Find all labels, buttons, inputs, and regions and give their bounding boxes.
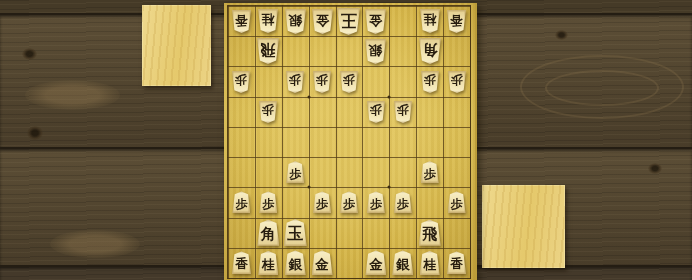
board-cell[interactable] xyxy=(362,218,389,248)
board-cell[interactable]: 銀 xyxy=(389,248,416,278)
board-cell[interactable]: 飛 xyxy=(255,36,282,66)
shogi-piece-sente-pawn[interactable]: 歩 xyxy=(448,191,466,213)
piece-kanji: 歩 xyxy=(262,104,274,116)
shogi-piece-gote-silver-general[interactable]: 銀 xyxy=(365,39,386,64)
board-cell[interactable]: 銀 xyxy=(282,248,309,278)
piece-kanji: 歩 xyxy=(343,198,355,210)
board-cell[interactable]: 歩 xyxy=(228,66,255,96)
board-cell[interactable]: 歩 xyxy=(389,187,416,217)
board-cell[interactable]: 香 xyxy=(443,248,470,278)
piece-kanji: 香 xyxy=(235,13,248,26)
piece-shadow-wrap: 歩 xyxy=(232,71,250,93)
piece-kanji: 王 xyxy=(341,12,357,28)
komadai-grain xyxy=(142,5,211,86)
board-cell[interactable] xyxy=(309,218,336,248)
piece-shadow-wrap: 王 xyxy=(337,8,360,35)
piece-shadow-wrap: 歩 xyxy=(367,101,385,123)
piece-shadow-wrap: 銀 xyxy=(392,250,413,275)
board-cell[interactable]: 香 xyxy=(228,248,255,278)
board-cell[interactable]: 歩 xyxy=(255,187,282,217)
shogi-piece-gote-gold-general[interactable]: 金 xyxy=(365,9,386,34)
piece-shadow-wrap: 香 xyxy=(447,251,466,274)
piece-shadow-wrap: 香 xyxy=(232,251,251,274)
shogi-piece-gote-knight[interactable]: 桂 xyxy=(420,9,440,33)
board-cell[interactable]: 桂 xyxy=(255,6,282,36)
piece-kanji: 歩 xyxy=(343,74,355,86)
shogi-piece-sente-pawn[interactable]: 歩 xyxy=(286,161,304,183)
board-cell[interactable] xyxy=(336,218,363,248)
piece-shadow-wrap: 金 xyxy=(312,9,333,34)
shogi-piece-sente-pawn[interactable]: 歩 xyxy=(340,191,358,213)
piece-shadow-wrap: 歩 xyxy=(232,191,250,213)
board-cell[interactable] xyxy=(255,157,282,187)
piece-kanji: 歩 xyxy=(289,74,301,86)
piece-shadow-wrap: 飛 xyxy=(419,220,441,246)
piece-kanji: 歩 xyxy=(397,198,409,210)
piece-shadow-wrap: 歩 xyxy=(286,71,304,93)
board-cell[interactable] xyxy=(255,127,282,157)
board-cell[interactable]: 金 xyxy=(362,6,389,36)
board-cell[interactable] xyxy=(309,127,336,157)
board-cell[interactable]: 香 xyxy=(228,6,255,36)
piece-shadow-wrap: 香 xyxy=(447,10,466,33)
shogi-piece-sente-gold-general[interactable]: 金 xyxy=(312,250,333,275)
shogi-piece-sente-gold-general[interactable]: 金 xyxy=(365,250,386,275)
table-surface: 香桂銀金王金桂香飛銀角歩歩歩歩歩歩歩歩歩歩歩歩歩歩歩歩歩歩角玉飛香桂銀金金銀桂香 xyxy=(0,0,692,280)
board-cell[interactable] xyxy=(389,157,416,187)
piece-kanji: 金 xyxy=(315,13,329,27)
piece-shadow-wrap: 歩 xyxy=(340,191,358,213)
shogi-piece-gote-pawn[interactable]: 歩 xyxy=(448,71,466,93)
shogi-piece-sente-pawn[interactable]: 歩 xyxy=(421,161,439,183)
piece-kanji: 玉 xyxy=(287,226,303,242)
board-cell[interactable]: 歩 xyxy=(255,97,282,127)
board-cell[interactable] xyxy=(282,97,309,127)
shogi-piece-sente-pawn[interactable]: 歩 xyxy=(259,191,277,213)
shogi-piece-sente-silver-general[interactable]: 銀 xyxy=(392,250,413,275)
board-cell[interactable]: 歩 xyxy=(443,66,470,96)
wood-knot xyxy=(22,48,37,60)
komadai-grain xyxy=(482,185,565,268)
piece-kanji: 桂 xyxy=(423,13,436,26)
piece-shadow-wrap: 香 xyxy=(232,10,251,33)
board-cell[interactable] xyxy=(416,187,443,217)
shogi-piece-gote-gold-general[interactable]: 金 xyxy=(312,9,333,34)
board-cell[interactable]: 歩 xyxy=(389,97,416,127)
shogi-piece-gote-lance[interactable]: 香 xyxy=(232,10,251,33)
piece-kanji: 銀 xyxy=(369,43,383,57)
piece-kanji: 歩 xyxy=(316,198,328,210)
board-cell[interactable] xyxy=(362,157,389,187)
shogi-piece-sente-pawn[interactable]: 歩 xyxy=(394,191,412,213)
piece-kanji: 歩 xyxy=(289,168,301,180)
piece-shadow-wrap: 歩 xyxy=(313,71,331,93)
piece-kanji: 桂 xyxy=(262,258,275,271)
board-cell[interactable]: 王 xyxy=(336,6,363,36)
board-cell[interactable]: 歩 xyxy=(309,66,336,96)
piece-kanji: 飛 xyxy=(261,42,276,57)
board-cell[interactable] xyxy=(389,218,416,248)
board-cell[interactable]: 歩 xyxy=(416,157,443,187)
board-cell[interactable]: 飛 xyxy=(416,218,443,248)
board-cell[interactable] xyxy=(443,218,470,248)
board-cell[interactable]: 金 xyxy=(309,248,336,278)
wood-knot xyxy=(555,30,568,40)
piece-shadow-wrap: 桂 xyxy=(420,251,440,275)
board-cell[interactable] xyxy=(336,127,363,157)
piece-kanji: 歩 xyxy=(370,198,382,210)
piece-kanji: 香 xyxy=(235,258,248,271)
piece-kanji: 香 xyxy=(450,258,463,271)
board-cell[interactable] xyxy=(443,36,470,66)
board-cell[interactable] xyxy=(389,6,416,36)
board-grid: 香桂銀金王金桂香飛銀角歩歩歩歩歩歩歩歩歩歩歩歩歩歩歩歩歩歩角玉飛香桂銀金金銀桂香 xyxy=(227,5,471,279)
board-cell[interactable] xyxy=(282,127,309,157)
shogi-piece-gote-king[interactable]: 王 xyxy=(337,8,360,35)
piece-kanji: 香 xyxy=(450,13,463,26)
board-cell[interactable]: 歩 xyxy=(362,97,389,127)
board-cell[interactable]: 歩 xyxy=(282,66,309,96)
shogi-board: 香桂銀金王金桂香飛銀角歩歩歩歩歩歩歩歩歩歩歩歩歩歩歩歩歩歩角玉飛香桂銀金金銀桂香 xyxy=(224,3,477,280)
shogi-piece-gote-rook[interactable]: 飛 xyxy=(257,38,279,64)
board-cell[interactable] xyxy=(309,36,336,66)
piece-kanji: 歩 xyxy=(424,168,436,180)
piece-shadow-wrap: 桂 xyxy=(258,9,278,33)
board-cell[interactable] xyxy=(443,127,470,157)
piece-shadow-wrap: 歩 xyxy=(448,191,466,213)
board-cell[interactable] xyxy=(228,36,255,66)
piece-kanji: 歩 xyxy=(424,74,436,86)
board-cell[interactable]: 歩 xyxy=(228,187,255,217)
piece-kanji: 金 xyxy=(315,258,329,272)
piece-kanji: 銀 xyxy=(288,13,302,27)
piece-kanji: 歩 xyxy=(262,198,274,210)
wood-grain-stain xyxy=(50,230,140,258)
board-cell[interactable] xyxy=(228,127,255,157)
komadai-right[interactable] xyxy=(482,185,565,268)
board-cell[interactable]: 歩 xyxy=(443,187,470,217)
piece-kanji: 歩 xyxy=(235,198,247,210)
shogi-piece-gote-pawn[interactable]: 歩 xyxy=(286,71,304,93)
shogi-piece-gote-silver-general[interactable]: 銀 xyxy=(285,9,306,34)
piece-shadow-wrap: 飛 xyxy=(257,38,279,64)
piece-shadow-wrap: 金 xyxy=(365,250,386,275)
board-cell[interactable]: 桂 xyxy=(255,248,282,278)
board-cell[interactable]: 歩 xyxy=(309,187,336,217)
piece-kanji: 歩 xyxy=(397,104,409,116)
shogi-piece-gote-pawn[interactable]: 歩 xyxy=(394,101,412,123)
wood-knot xyxy=(648,163,662,174)
piece-shadow-wrap: 歩 xyxy=(340,71,358,93)
piece-shadow-wrap: 桂 xyxy=(420,9,440,33)
piece-kanji: 金 xyxy=(369,258,383,272)
board-cell[interactable] xyxy=(228,97,255,127)
board-cell[interactable] xyxy=(416,97,443,127)
piece-shadow-wrap: 歩 xyxy=(259,191,277,213)
board-cell[interactable]: 角 xyxy=(416,36,443,66)
piece-shadow-wrap: 角 xyxy=(257,220,279,246)
shogi-piece-sente-lance[interactable]: 香 xyxy=(447,251,466,274)
piece-kanji: 歩 xyxy=(451,198,463,210)
shogi-piece-gote-pawn[interactable]: 歩 xyxy=(421,71,439,93)
shogi-piece-gote-knight[interactable]: 桂 xyxy=(258,9,278,33)
piece-shadow-wrap: 歩 xyxy=(448,71,466,93)
piece-shadow-wrap: 歩 xyxy=(394,191,412,213)
piece-kanji: 歩 xyxy=(235,74,247,86)
piece-shadow-wrap: 銀 xyxy=(285,9,306,34)
piece-shadow-wrap: 歩 xyxy=(313,191,331,213)
piece-kanji: 角 xyxy=(422,42,437,57)
board-cell[interactable] xyxy=(336,157,363,187)
piece-shadow-wrap: 歩 xyxy=(367,191,385,213)
piece-shadow-wrap: 角 xyxy=(419,38,441,64)
piece-shadow-wrap: 金 xyxy=(365,9,386,34)
board-cell[interactable] xyxy=(389,66,416,96)
board-cell[interactable]: 玉 xyxy=(282,218,309,248)
board-cell[interactable]: 歩 xyxy=(336,66,363,96)
piece-kanji: 飛 xyxy=(422,227,437,242)
piece-shadow-wrap: 銀 xyxy=(285,250,306,275)
piece-kanji: 銀 xyxy=(288,258,302,272)
board-cell[interactable] xyxy=(336,36,363,66)
shogi-piece-sente-lance[interactable]: 香 xyxy=(232,251,251,274)
shogi-piece-sente-knight[interactable]: 桂 xyxy=(258,251,278,275)
shogi-piece-gote-pawn[interactable]: 歩 xyxy=(232,71,250,93)
shogi-piece-gote-pawn[interactable]: 歩 xyxy=(313,71,331,93)
board-cell[interactable] xyxy=(228,218,255,248)
piece-shadow-wrap: 金 xyxy=(312,250,333,275)
piece-kanji: 桂 xyxy=(423,258,436,271)
board-cell[interactable]: 桂 xyxy=(416,6,443,36)
piece-kanji: 歩 xyxy=(451,74,463,86)
piece-shadow-wrap: 桂 xyxy=(258,251,278,275)
board-cell[interactable] xyxy=(309,97,336,127)
piece-shadow-wrap: 銀 xyxy=(365,39,386,64)
piece-shadow-wrap: 歩 xyxy=(421,71,439,93)
board-cell[interactable] xyxy=(309,157,336,187)
shogi-piece-sente-pawn[interactable]: 歩 xyxy=(313,191,331,213)
board-cell[interactable]: 金 xyxy=(362,248,389,278)
board-cell[interactable]: 金 xyxy=(309,6,336,36)
shogi-piece-gote-pawn[interactable]: 歩 xyxy=(340,71,358,93)
piece-shadow-wrap: 歩 xyxy=(394,101,412,123)
board-cell[interactable] xyxy=(228,157,255,187)
board-cell[interactable]: 歩 xyxy=(362,187,389,217)
board-cell[interactable] xyxy=(282,187,309,217)
piece-kanji: 歩 xyxy=(370,104,382,116)
shogi-piece-gote-lance[interactable]: 香 xyxy=(447,10,466,33)
wood-grain-figure xyxy=(545,70,659,106)
board-cell[interactable] xyxy=(255,66,282,96)
board-cell[interactable] xyxy=(336,97,363,127)
shogi-piece-sente-knight[interactable]: 桂 xyxy=(420,251,440,275)
shogi-piece-gote-bishop[interactable]: 角 xyxy=(419,38,441,64)
board-cell[interactable] xyxy=(443,97,470,127)
piece-kanji: 銀 xyxy=(396,258,410,272)
piece-shadow-wrap: 玉 xyxy=(284,219,307,246)
shogi-piece-sente-rook[interactable]: 飛 xyxy=(419,220,441,246)
shogi-piece-sente-silver-general[interactable]: 銀 xyxy=(285,250,306,275)
board-cell[interactable]: 桂 xyxy=(416,248,443,278)
wood-knot xyxy=(27,126,43,140)
board-cell[interactable]: 歩 xyxy=(336,187,363,217)
shogi-piece-sente-pawn[interactable]: 歩 xyxy=(232,191,250,213)
shogi-piece-sente-pawn[interactable]: 歩 xyxy=(367,191,385,213)
board-cell[interactable] xyxy=(443,157,470,187)
shogi-piece-gote-pawn[interactable]: 歩 xyxy=(367,101,385,123)
board-cells: 香桂銀金王金桂香飛銀角歩歩歩歩歩歩歩歩歩歩歩歩歩歩歩歩歩歩角玉飛香桂銀金金銀桂香 xyxy=(228,6,470,278)
board-cell[interactable]: 銀 xyxy=(362,36,389,66)
komadai-left[interactable] xyxy=(142,5,211,86)
board-cell[interactable] xyxy=(282,36,309,66)
board-cell[interactable] xyxy=(362,66,389,96)
piece-kanji: 角 xyxy=(261,227,276,242)
shogi-piece-sente-king[interactable]: 玉 xyxy=(284,219,307,246)
piece-shadow-wrap: 歩 xyxy=(286,161,304,183)
piece-shadow-wrap: 歩 xyxy=(259,101,277,123)
piece-kanji: 桂 xyxy=(262,13,275,26)
board-cell[interactable]: 銀 xyxy=(282,6,309,36)
board-cell[interactable] xyxy=(389,36,416,66)
board-cell[interactable] xyxy=(389,127,416,157)
board-cell[interactable]: 角 xyxy=(255,218,282,248)
piece-shadow-wrap: 歩 xyxy=(421,161,439,183)
piece-kanji: 金 xyxy=(369,13,383,27)
board-cell[interactable]: 歩 xyxy=(282,157,309,187)
wood-grain-stain xyxy=(25,80,120,110)
board-cell[interactable] xyxy=(416,127,443,157)
board-cell[interactable] xyxy=(362,127,389,157)
shogi-piece-sente-bishop[interactable]: 角 xyxy=(257,220,279,246)
board-cell[interactable]: 歩 xyxy=(416,66,443,96)
piece-kanji: 歩 xyxy=(316,74,328,86)
board-cell[interactable] xyxy=(336,248,363,278)
board-cell[interactable]: 香 xyxy=(443,6,470,36)
shogi-piece-gote-pawn[interactable]: 歩 xyxy=(259,101,277,123)
